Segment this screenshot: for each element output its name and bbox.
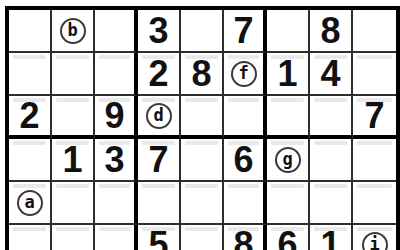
cell-r6c7[interactable]: 6 [267, 225, 310, 250]
circled-letter-d: d [146, 103, 172, 129]
cell-r3c2[interactable] [52, 96, 95, 139]
cell-r5c1[interactable]: a [9, 182, 52, 225]
cell-r5c7[interactable] [267, 182, 310, 225]
given-digit: 7 [148, 142, 168, 178]
given-digit: 1 [277, 56, 297, 92]
cell-r3c6[interactable] [224, 96, 267, 139]
given-digit: 2 [19, 98, 39, 134]
cell-r4c6[interactable]: 6 [224, 139, 267, 182]
sudoku-board: b37828f1429d71376ga5861i [5, 6, 400, 250]
cell-r1c2[interactable]: b [52, 10, 95, 53]
cell-r2c8[interactable]: 4 [310, 53, 353, 96]
cell-r2c5[interactable]: 8 [181, 53, 224, 96]
cell-r5c9[interactable] [353, 182, 396, 225]
cell-r1c5[interactable] [181, 10, 224, 53]
cell-r5c5[interactable] [181, 182, 224, 225]
given-digit: 9 [104, 98, 124, 134]
given-digit: 2 [148, 56, 168, 92]
cell-r1c4[interactable]: 3 [138, 10, 181, 53]
cell-r6c1[interactable] [9, 225, 52, 250]
cell-r2c1[interactable] [9, 53, 52, 96]
cell-r3c3[interactable]: 9 [95, 96, 138, 139]
cell-r4c3[interactable]: 3 [95, 139, 138, 182]
cell-r1c6[interactable]: 7 [224, 10, 267, 53]
given-digit: 7 [233, 13, 253, 49]
given-digit: 7 [364, 98, 384, 134]
sudoku-puzzle-image: b37828f1429d71376ga5861i [0, 0, 400, 250]
circled-letter-g: g [275, 147, 301, 173]
circled-letter-b: b [60, 18, 86, 44]
cell-r2c2[interactable] [52, 53, 95, 96]
cell-r6c3[interactable] [95, 225, 138, 250]
cell-r1c7[interactable] [267, 10, 310, 53]
cell-r4c7[interactable]: g [267, 139, 310, 182]
cell-r4c2[interactable]: 1 [52, 139, 95, 182]
cell-r6c8[interactable]: 1 [310, 225, 353, 250]
cell-r5c8[interactable] [310, 182, 353, 225]
cell-r1c8[interactable]: 8 [310, 10, 353, 53]
cell-r3c4[interactable]: d [138, 96, 181, 139]
given-digit: 8 [233, 227, 253, 250]
cell-r3c5[interactable] [181, 96, 224, 139]
cell-r5c3[interactable] [95, 182, 138, 225]
circled-letter-i: i [362, 232, 388, 250]
given-digit: 6 [233, 142, 253, 178]
cell-r4c8[interactable] [310, 139, 353, 182]
cell-r4c5[interactable] [181, 139, 224, 182]
cell-r4c4[interactable]: 7 [138, 139, 181, 182]
cell-r4c9[interactable] [353, 139, 396, 182]
cell-r6c4[interactable]: 5 [138, 225, 181, 250]
cell-r2c6[interactable]: f [224, 53, 267, 96]
cell-r5c4[interactable] [138, 182, 181, 225]
cell-r1c3[interactable] [95, 10, 138, 53]
given-digit: 3 [104, 142, 124, 178]
cell-r5c6[interactable] [224, 182, 267, 225]
cell-r2c9[interactable] [353, 53, 396, 96]
given-digit: 5 [148, 227, 168, 250]
cell-r1c1[interactable] [9, 10, 52, 53]
given-digit: 3 [148, 13, 168, 49]
given-digit: 8 [320, 13, 340, 49]
cell-r1c9[interactable] [353, 10, 396, 53]
circled-letter-f: f [231, 61, 257, 87]
cell-r6c6[interactable]: 8 [224, 225, 267, 250]
given-digit: 1 [320, 227, 340, 250]
cell-r3c8[interactable] [310, 96, 353, 139]
given-digit: 4 [320, 56, 340, 92]
circled-letter-a: a [17, 190, 43, 216]
cell-r3c7[interactable] [267, 96, 310, 139]
cell-r6c9[interactable]: i [353, 225, 396, 250]
given-digit: 6 [277, 227, 297, 250]
cell-r6c5[interactable] [181, 225, 224, 250]
given-digit: 8 [191, 56, 211, 92]
cell-r4c1[interactable] [9, 139, 52, 182]
cell-r6c2[interactable] [52, 225, 95, 250]
cell-r3c9[interactable]: 7 [353, 96, 396, 139]
cell-r3c1[interactable]: 2 [9, 96, 52, 139]
cell-r2c3[interactable] [95, 53, 138, 96]
cell-r5c2[interactable] [52, 182, 95, 225]
cell-r2c7[interactable]: 1 [267, 53, 310, 96]
given-digit: 1 [62, 142, 82, 178]
cell-r2c4[interactable]: 2 [138, 53, 181, 96]
